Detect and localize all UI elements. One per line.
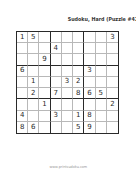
cell-r1c4 [51,32,62,43]
cell-r4c4 [51,66,62,77]
cell-r3c9 [107,54,118,65]
cell-r5c4 [51,77,62,88]
cell-r9c4 [51,122,62,133]
cell-r8c5 [62,111,73,122]
cell-r5c7 [84,77,95,88]
cell-r2c9 [107,43,118,54]
cell-r4c1: 6 [17,66,28,77]
cell-r4c7: 3 [84,66,95,77]
cell-r6c3 [39,88,50,99]
footer: www.printsudoku.com [0,159,136,176]
cell-r6c7: 6 [84,88,95,99]
cell-r5c6: 2 [73,77,84,88]
cell-r7c1 [17,99,28,110]
cell-r5c3 [39,77,50,88]
cell-r8c6: 1 [73,111,84,122]
cell-r3c6 [73,54,84,65]
cell-r9c1: 8 [17,122,28,133]
cell-r7c6 [73,99,84,110]
cell-r8c3 [39,111,50,122]
cell-r7c8 [96,99,107,110]
cell-r6c4: 7 [51,88,62,99]
cell-r2c5 [62,43,73,54]
cell-r3c2 [28,54,39,65]
cell-r6c8: 5 [96,88,107,99]
cell-r5c5: 3 [62,77,73,88]
cell-r8c7: 8 [84,111,95,122]
cell-r7c5 [62,99,73,110]
cell-r1c2: 5 [28,32,39,43]
cell-r7c7 [84,99,95,110]
cell-r8c8 [96,111,107,122]
cell-r7c3: 1 [39,99,50,110]
cell-r4c9 [107,66,118,77]
cell-r4c5 [62,66,73,77]
cell-r1c1: 1 [17,32,28,43]
cell-r6c1 [17,88,28,99]
cell-r3c3: 9 [39,54,50,65]
cell-r5c8 [96,77,107,88]
cell-r9c3 [39,122,50,133]
footer-url: www.printsudoku.com [49,165,87,169]
cell-r8c2 [28,111,39,122]
sudoku-board: 1534963132278651243188659 [16,31,119,134]
cell-r8c4: 3 [51,111,62,122]
cell-r1c5 [62,32,73,43]
cell-r4c6 [73,66,84,77]
cell-r1c3 [39,32,50,43]
cell-r9c5 [62,122,73,133]
cell-r9c6: 5 [73,122,84,133]
cell-r1c6 [73,32,84,43]
cell-r4c2 [28,66,39,77]
cell-r6c5 [62,88,73,99]
cell-r9c9 [107,122,118,133]
cell-r9c2: 6 [28,122,39,133]
cell-r1c9: 3 [107,32,118,43]
cell-r1c7 [84,32,95,43]
cell-r2c1 [17,43,28,54]
cell-r2c7 [84,43,95,54]
cell-r9c7: 9 [84,122,95,133]
cell-r2c4: 4 [51,43,62,54]
cell-r7c2 [28,99,39,110]
sudoku-sheet: Sudoku, Hard (Puzzle #4215) 153496313227… [0,0,136,176]
cell-r3c4 [51,54,62,65]
cell-r2c6 [73,43,84,54]
cell-r3c1 [17,54,28,65]
cell-r5c2: 1 [28,77,39,88]
page-title-text: Sudoku, Hard (Puzzle #4215) [68,17,136,23]
cell-r1c8 [96,32,107,43]
cell-r6c9 [107,88,118,99]
cell-r5c9 [107,77,118,88]
cell-r5c1 [17,77,28,88]
cell-r6c6: 8 [73,88,84,99]
cell-r8c1: 4 [17,111,28,122]
cell-r9c8 [96,122,107,133]
cell-r2c3 [39,43,50,54]
cell-r4c3 [39,66,50,77]
cell-r3c5 [62,54,73,65]
cell-r4c8 [96,66,107,77]
cell-r8c9 [107,111,118,122]
cell-r3c8 [96,54,107,65]
cell-r7c4 [51,99,62,110]
cell-r6c2: 2 [28,88,39,99]
cell-r3c7 [84,54,95,65]
cell-r7c9: 2 [107,99,118,110]
cell-r2c8 [96,43,107,54]
cell-r2c2 [28,43,39,54]
